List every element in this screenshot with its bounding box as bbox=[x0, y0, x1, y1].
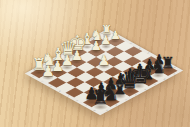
piece-shadow bbox=[63, 55, 74, 60]
white-pawn-c2: ♟ bbox=[57, 54, 77, 68]
black-bishop-c8: ♝ bbox=[110, 77, 130, 98]
white-rook-h1: ♜ bbox=[97, 24, 117, 37]
white-pawn-e4: ♟ bbox=[94, 54, 114, 68]
white-pawn-a2: ♟ bbox=[38, 64, 58, 79]
black-pawn-d7: ♟ bbox=[111, 72, 131, 87]
piece-shadow bbox=[152, 73, 164, 78]
piece-shadow bbox=[61, 65, 73, 70]
piece-shadow bbox=[72, 50, 83, 55]
piece-shadow bbox=[142, 78, 155, 84]
black-pawn-b7: ♟ bbox=[91, 81, 111, 97]
piece-shadow bbox=[153, 63, 165, 68]
black-queen-d8: ♛ bbox=[119, 69, 139, 92]
black-rook-a8: ♜ bbox=[90, 88, 110, 107]
piece-shadow bbox=[33, 70, 45, 75]
piece-shadow bbox=[134, 73, 146, 78]
white-pawn-b2: ♟ bbox=[48, 59, 68, 73]
black-king-e8: ♚ bbox=[129, 62, 149, 87]
piece-shadow bbox=[124, 78, 137, 84]
piece-shadow bbox=[43, 65, 55, 70]
piece-shadow bbox=[71, 60, 82, 65]
black-pawn-c7: ♟ bbox=[101, 77, 121, 93]
piece-shadow bbox=[82, 45, 92, 49]
pieces-layer: ♜♟♞♟♝♟♚♛♟♝♟♟♟♞♜♟♟♜♞♟♟♝♟♚♟♛♟♝♟♞♟♜ bbox=[0, 0, 190, 127]
piece-shadow bbox=[144, 68, 156, 73]
white-king-e1: ♚ bbox=[68, 33, 88, 53]
black-pawn-g7: ♟ bbox=[140, 58, 160, 72]
piece-shadow bbox=[162, 68, 174, 73]
piece-shadow bbox=[113, 93, 127, 99]
piece-shadow bbox=[85, 99, 99, 105]
black-pawn-e7: ♟ bbox=[120, 67, 140, 82]
white-knight-g1: ♞ bbox=[87, 28, 107, 42]
piece-shadow bbox=[101, 44, 111, 48]
chess-set-photo: 12345678 12345678 hgfedcba hgfedcba ♜♟♞♟… bbox=[0, 0, 190, 127]
piece-shadow bbox=[93, 104, 108, 110]
black-bishop-f8: ♝ bbox=[139, 63, 159, 82]
black-pawn-h7: ♟ bbox=[149, 53, 169, 67]
white-pawn-g2: ♟ bbox=[96, 35, 116, 47]
piece-shadow bbox=[98, 64, 110, 69]
piece-shadow bbox=[102, 34, 112, 38]
white-pawn-f2: ♟ bbox=[86, 40, 106, 52]
piece-shadow bbox=[123, 88, 136, 94]
piece-shadow bbox=[114, 83, 127, 89]
black-knight-g8: ♞ bbox=[148, 59, 168, 76]
piece-shadow bbox=[110, 39, 120, 43]
white-rook-a1: ♜ bbox=[29, 57, 49, 73]
piece-shadow bbox=[132, 83, 145, 89]
piece-shadow bbox=[103, 98, 117, 104]
piece-shadow bbox=[53, 60, 64, 65]
white-knight-b1: ♞ bbox=[39, 52, 59, 69]
piece-shadow bbox=[94, 94, 108, 100]
black-pawn-a7: ♟ bbox=[82, 86, 102, 103]
black-pawn-f7: ♟ bbox=[130, 62, 150, 76]
black-rook-h8: ♜ bbox=[158, 55, 178, 71]
black-knight-b8: ♞ bbox=[100, 83, 120, 103]
piece-shadow bbox=[104, 89, 117, 95]
white-pawn-d2: ♟ bbox=[67, 49, 87, 62]
piece-shadow bbox=[42, 75, 54, 80]
piece-shadow bbox=[52, 70, 64, 75]
piece-shadow bbox=[92, 39, 102, 43]
white-pawn-h2: ♟ bbox=[105, 30, 125, 42]
white-bishop-c1: ♝ bbox=[48, 46, 68, 63]
piece-shadow bbox=[91, 49, 102, 54]
white-bishop-f1: ♝ bbox=[77, 32, 97, 47]
white-queen-d1: ♛ bbox=[58, 39, 78, 58]
